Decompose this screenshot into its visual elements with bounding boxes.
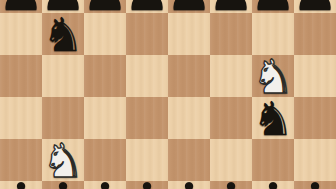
piece-black-pawn-h7[interactable]: ♟ — [294, 0, 336, 13]
square-e2[interactable]: ♟ — [168, 181, 210, 189]
square-h5[interactable] — [294, 55, 336, 97]
piece-black-pawn-f2[interactable]: ♟ — [210, 181, 252, 189]
square-c5[interactable] — [84, 55, 126, 97]
piece-black-knight-b6[interactable]: ♞ — [42, 13, 84, 55]
piece-black-pawn-h2[interactable]: ♟ — [294, 181, 336, 189]
square-e4[interactable] — [168, 97, 210, 139]
square-h4[interactable] — [294, 97, 336, 139]
square-g2[interactable]: ♟ — [252, 181, 294, 189]
piece-black-pawn-b2[interactable]: ♟ — [42, 181, 84, 189]
square-g7[interactable]: ♟ — [252, 0, 294, 13]
square-a5[interactable] — [0, 55, 42, 97]
square-e7[interactable]: ♟ — [168, 0, 210, 13]
square-c2[interactable]: ♟ — [84, 181, 126, 189]
piece-black-pawn-g2[interactable]: ♟ — [252, 181, 294, 189]
piece-black-knight-g4[interactable]: ♞ — [252, 97, 294, 139]
piece-black-pawn-a7[interactable]: ♟ — [0, 0, 42, 13]
piece-black-pawn-e7[interactable]: ♟ — [168, 0, 210, 13]
square-h2[interactable]: ♟ — [294, 181, 336, 189]
square-e5[interactable] — [168, 55, 210, 97]
square-c4[interactable] — [84, 97, 126, 139]
square-g4[interactable]: ♞ — [252, 97, 294, 139]
square-d4[interactable] — [126, 97, 168, 139]
piece-black-pawn-e2[interactable]: ♟ — [168, 181, 210, 189]
piece-black-pawn-c7[interactable]: ♟ — [84, 0, 126, 13]
chessboard: ♟♟♟♟♟♟♟♟♞♞♞♞♟♟♟♟♟♟♟♟ — [0, 0, 336, 189]
chessboard-viewport: ♟♟♟♟♟♟♟♟♞♞♞♞♟♟♟♟♟♟♟♟ — [0, 0, 336, 189]
square-f5[interactable] — [210, 55, 252, 97]
square-a2[interactable]: ♟ — [0, 181, 42, 189]
piece-black-pawn-g7[interactable]: ♟ — [252, 0, 294, 13]
piece-black-pawn-a2[interactable]: ♟ — [0, 181, 42, 189]
square-b6[interactable]: ♞ — [42, 13, 84, 55]
square-f4[interactable] — [210, 97, 252, 139]
piece-black-pawn-d2[interactable]: ♟ — [126, 181, 168, 189]
square-a7[interactable]: ♟ — [0, 0, 42, 13]
square-c7[interactable]: ♟ — [84, 0, 126, 13]
square-a4[interactable] — [0, 97, 42, 139]
square-h7[interactable]: ♟ — [294, 0, 336, 13]
square-f7[interactable]: ♟ — [210, 0, 252, 13]
square-b2[interactable]: ♟ — [42, 181, 84, 189]
piece-black-pawn-d7[interactable]: ♟ — [126, 0, 168, 13]
piece-black-pawn-f7[interactable]: ♟ — [210, 0, 252, 13]
piece-black-pawn-c2[interactable]: ♟ — [84, 181, 126, 189]
square-f2[interactable]: ♟ — [210, 181, 252, 189]
square-d5[interactable] — [126, 55, 168, 97]
square-d7[interactable]: ♟ — [126, 0, 168, 13]
square-d2[interactable]: ♟ — [126, 181, 168, 189]
